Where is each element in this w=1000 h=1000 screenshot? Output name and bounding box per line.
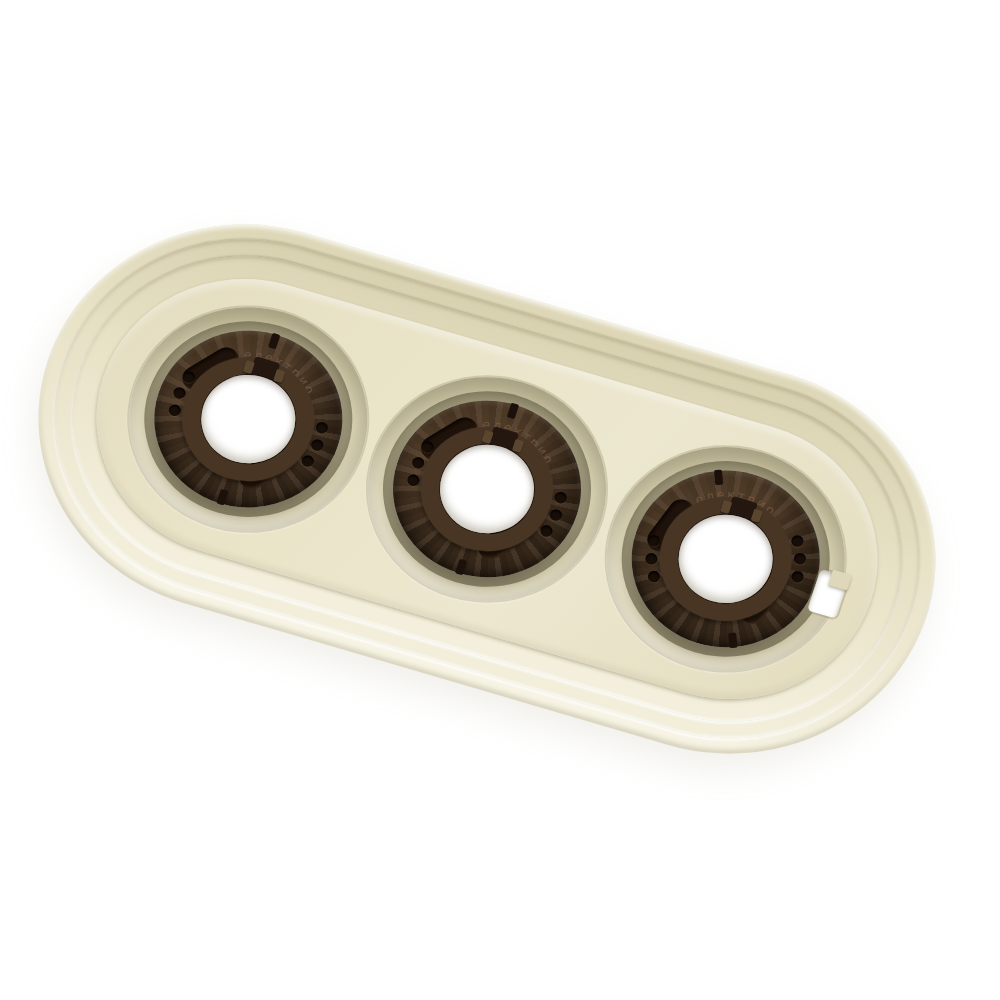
bakelite-ring-right: електрио Ретро [608, 448, 843, 669]
frame-plate: електрио Ретро [0, 176, 987, 803]
bakelite-ring-left: електрио Ретро [131, 308, 366, 529]
product-photo: електрио Ретро [0, 0, 1000, 1000]
bakelite-ring-middle: електрио Ретро [369, 378, 604, 599]
